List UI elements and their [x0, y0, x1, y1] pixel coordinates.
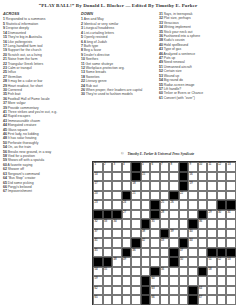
- grid-cell[interactable]: [141, 200, 151, 210]
- grid-cell-black: [141, 286, 151, 296]
- cell-number: 6: [151, 163, 153, 166]
- grid-cell[interactable]: [160, 248, 170, 258]
- grid-cell[interactable]: [150, 172, 160, 182]
- grid-cell[interactable]: 51: [207, 257, 217, 267]
- grid-cell[interactable]: 63: [150, 286, 160, 296]
- grid-cell[interactable]: [198, 276, 208, 286]
- grid-cell[interactable]: [207, 286, 217, 296]
- down-clue-30: 30 They're used to fashion models: [81, 92, 156, 96]
- grid-cell[interactable]: [226, 172, 236, 182]
- grid-cell[interactable]: [112, 248, 122, 258]
- grid-cell[interactable]: 48: [112, 257, 122, 267]
- crossword-grid[interactable]: 1234567891011121314151617181920212223242…: [93, 162, 236, 305]
- clue-number: 1: [3, 17, 5, 21]
- grid-cell[interactable]: [188, 191, 198, 201]
- grid-cell[interactable]: [122, 276, 132, 286]
- grid-cell[interactable]: [226, 267, 236, 277]
- clue-number: 30: [81, 92, 85, 96]
- grid-cell[interactable]: [141, 181, 151, 191]
- grid-cell[interactable]: 40: [188, 229, 198, 239]
- grid-cell[interactable]: 12: [217, 162, 227, 172]
- clue-number: 57: [159, 87, 163, 91]
- grid-cell[interactable]: [112, 200, 122, 210]
- cell-number: 63: [151, 287, 154, 290]
- grid-cell[interactable]: [141, 210, 151, 220]
- across-clue-17: 17 Long-handled farm tool: [3, 44, 78, 48]
- grid-cell[interactable]: 11: [207, 162, 217, 172]
- grid-cell[interactable]: 3: [112, 162, 122, 172]
- grid-cell[interactable]: [150, 229, 160, 239]
- cell-number: 13: [227, 163, 230, 166]
- grid-cell[interactable]: [217, 295, 227, 305]
- cell-number: 43: [161, 239, 164, 242]
- down-clue-12: 12 Workplace-protection org.: [81, 66, 156, 70]
- grid-cell[interactable]: [150, 238, 160, 248]
- grid-cell[interactable]: [141, 257, 151, 267]
- clue-number: 14: [3, 31, 7, 35]
- grid-cell[interactable]: [160, 172, 170, 182]
- grid-cell[interactable]: [207, 219, 217, 229]
- grid-cell[interactable]: [226, 295, 236, 305]
- grid-cell[interactable]: 53: [226, 257, 236, 267]
- grid-cell[interactable]: 26: [169, 200, 179, 210]
- cell-number: 58: [208, 268, 211, 271]
- grid-cell[interactable]: [131, 200, 141, 210]
- across-clue-22: 22 Triangular Greek letters: [3, 62, 78, 66]
- grid-cell[interactable]: [103, 295, 113, 305]
- grid-cell[interactable]: [217, 286, 227, 296]
- grid-cell-black: [150, 267, 160, 277]
- grid-cell[interactable]: [226, 219, 236, 229]
- grid-cell[interactable]: [198, 191, 208, 201]
- grid-cell[interactable]: [179, 295, 189, 305]
- grid-cell[interactable]: [226, 181, 236, 191]
- clue-number: 52: [159, 69, 163, 73]
- down-clue-24: 24 Rub out: [81, 84, 156, 88]
- grid-cell[interactable]: 38: [141, 229, 151, 239]
- grid-cell-black: [226, 200, 236, 210]
- grid-cell[interactable]: [112, 286, 122, 296]
- grid-cell[interactable]: [131, 267, 141, 277]
- down-clue-53: 53 Wound up: [159, 74, 234, 78]
- grid-cell[interactable]: 25: [160, 200, 170, 210]
- grid-cell[interactable]: [131, 219, 141, 229]
- grid-cell[interactable]: [122, 267, 132, 277]
- cell-number: 53: [227, 258, 230, 261]
- cell-number: 20: [94, 192, 97, 195]
- grid-cell[interactable]: [122, 295, 132, 305]
- clue-number: 10: [81, 57, 85, 61]
- clue-number: 18: [81, 75, 85, 79]
- clue-number: 6: [81, 40, 83, 44]
- grid-cell[interactable]: [131, 286, 141, 296]
- grid-cell[interactable]: 36: [198, 219, 208, 229]
- grid-cell[interactable]: [198, 248, 208, 258]
- grid-cell[interactable]: [169, 276, 179, 286]
- grid-cell[interactable]: [103, 238, 113, 248]
- grid-cell[interactable]: [179, 200, 189, 210]
- grid-cell[interactable]: [198, 181, 208, 191]
- across-clue-50: 50 Perforate thoroughly: [3, 141, 78, 145]
- grid-cell[interactable]: [207, 181, 217, 191]
- down-clue-49: 49 Need renewal: [159, 60, 234, 64]
- clue-number: 46: [159, 52, 163, 56]
- grid-cell[interactable]: 31: [226, 210, 236, 220]
- cell-number: 12: [218, 163, 221, 166]
- grid-cell[interactable]: 18: [131, 181, 141, 191]
- grid-cell-black: [103, 257, 113, 267]
- cell-number: 10: [199, 163, 202, 166]
- grid-cell[interactable]: 41: [93, 238, 103, 248]
- clue-number: 62: [3, 167, 7, 171]
- cell-number: 32: [94, 220, 97, 223]
- grid-cell[interactable]: [103, 191, 113, 201]
- clue-number: 21: [3, 57, 7, 61]
- grid-cell[interactable]: 37: [93, 229, 103, 239]
- grid-cell[interactable]: [141, 248, 151, 258]
- clue-number: 56: [3, 150, 7, 154]
- grid-cell[interactable]: 47: [179, 248, 189, 258]
- grid-cell[interactable]: 62: [93, 286, 103, 296]
- across-clue-39: 39 Provide commentary: [3, 106, 78, 110]
- clue-number: 63: [3, 172, 7, 176]
- grid-cell[interactable]: [226, 276, 236, 286]
- grid-cell[interactable]: [198, 172, 208, 182]
- across-clue-44: 44 Elongated creature: [3, 123, 78, 127]
- grid-cell[interactable]: 43: [160, 238, 170, 248]
- grid-cell[interactable]: 66: [150, 295, 160, 305]
- grid-cell[interactable]: [122, 238, 132, 248]
- grid-cell[interactable]: 16: [188, 172, 198, 182]
- grid-cell[interactable]: 34: [112, 219, 122, 229]
- grid-cell[interactable]: [169, 267, 179, 277]
- grid-cell[interactable]: [188, 267, 198, 277]
- across-clue-43: 43 Immeasurable chasm: [3, 119, 78, 123]
- grid-cell[interactable]: 2: [103, 162, 113, 172]
- grid-cell[interactable]: [131, 276, 141, 286]
- grid-cell[interactable]: [112, 191, 122, 201]
- grid-cell[interactable]: [217, 219, 227, 229]
- down-clue-13: 13 Some breads: [81, 70, 156, 74]
- clue-number: 24: [81, 84, 85, 88]
- grid-cell[interactable]: [207, 276, 217, 286]
- across-clue-36: 36 Football Hall of Fame locale: [3, 97, 78, 101]
- grid-cell[interactable]: [179, 286, 189, 296]
- grid-cell[interactable]: [198, 257, 208, 267]
- grid-cell[interactable]: 33: [103, 219, 113, 229]
- grid-cell[interactable]: [217, 267, 227, 277]
- grid-cell[interactable]: 14: [93, 172, 103, 182]
- grid-cell[interactable]: [141, 267, 151, 277]
- grid-cell[interactable]: [141, 191, 151, 201]
- grid-cell[interactable]: [112, 181, 122, 191]
- down-clues-column-1: DOWN 1 Ann and May2 Identical or very si…: [81, 12, 156, 97]
- down-clue-46: 46 Analyzed a sentence: [159, 52, 234, 56]
- grid-cell[interactable]: 44: [188, 238, 198, 248]
- grid-cell[interactable]: [188, 276, 198, 286]
- grid-cell[interactable]: [217, 238, 227, 248]
- grid-cell[interactable]: [103, 181, 113, 191]
- clue-number: 15: [3, 35, 7, 39]
- down-clue-26: 26 When proper, their leaders are capita…: [81, 88, 156, 92]
- grid-cell[interactable]: [179, 210, 189, 220]
- grid-cell[interactable]: [217, 172, 227, 182]
- cell-number: 56: [161, 268, 164, 271]
- grid-cell[interactable]: 7: [160, 162, 170, 172]
- clue-number: 66: [3, 185, 7, 189]
- clue-number: 20: [3, 53, 7, 57]
- cell-number: 21: [132, 192, 135, 195]
- grid-cell[interactable]: [207, 172, 217, 182]
- cell-number: 40: [189, 230, 192, 233]
- clue-number: 32: [159, 16, 163, 20]
- clue-number: 34: [159, 25, 163, 29]
- grid-cell[interactable]: [122, 286, 132, 296]
- grid-cell[interactable]: 20: [93, 191, 103, 201]
- grid-cell[interactable]: 1: [93, 162, 103, 172]
- grid-cell[interactable]: 30: [217, 210, 227, 220]
- grid-cell[interactable]: 17: [93, 181, 103, 191]
- grid-cell[interactable]: [122, 219, 132, 229]
- grid-cell[interactable]: [160, 219, 170, 229]
- grid-cell[interactable]: [112, 229, 122, 239]
- grid-cell[interactable]: [150, 191, 160, 201]
- cell-number: 25: [161, 201, 164, 204]
- across-clue-37: 37 More vulgar: [3, 101, 78, 105]
- grid-cell[interactable]: [169, 172, 179, 182]
- grid-cell[interactable]: [188, 248, 198, 258]
- down-clue-10: 10 Seethes: [81, 57, 156, 61]
- clue-number: 28: [3, 79, 7, 83]
- clue-number: 37: [3, 101, 7, 105]
- grid-cell[interactable]: [160, 191, 170, 201]
- cell-number: 15: [142, 173, 145, 176]
- grid-cell[interactable]: 32: [93, 219, 103, 229]
- grid-cell[interactable]: [217, 191, 227, 201]
- grid-cell[interactable]: 60: [150, 276, 160, 286]
- grid-cell[interactable]: [131, 257, 141, 267]
- grid-cell[interactable]: [112, 172, 122, 182]
- across-clue-67: 67 Impoverishment: [3, 189, 78, 193]
- cell-number: 67: [199, 296, 202, 299]
- grid-cell[interactable]: 21: [131, 191, 141, 201]
- grid-cell-black: [217, 200, 227, 210]
- grid-cell[interactable]: [103, 172, 113, 182]
- grid-cell[interactable]: [112, 267, 122, 277]
- grid-cell[interactable]: 59: [93, 276, 103, 286]
- grid-cell[interactable]: [207, 200, 217, 210]
- copyright-line: ©Timothy E. Parker & Universal Press Syn…: [80, 152, 235, 156]
- grid-cell[interactable]: [179, 229, 189, 239]
- grid-cell[interactable]: [179, 267, 189, 277]
- across-clue-48: 48 It has solar heating: [3, 136, 78, 140]
- grid-cell[interactable]: 64: [198, 286, 208, 296]
- down-clue-34: 34 Writing implement: [159, 25, 234, 29]
- grid-cell[interactable]: 19: [188, 181, 198, 191]
- clue-number: 22: [81, 79, 85, 83]
- grid-cell[interactable]: 27: [122, 210, 132, 220]
- grid-cell[interactable]: [112, 295, 122, 305]
- grid-cell-black: [93, 210, 103, 220]
- grid-cell[interactable]: 15: [141, 172, 151, 182]
- grid-cell[interactable]: [226, 238, 236, 248]
- clue-number: 61: [159, 96, 163, 100]
- grid-cell[interactable]: [226, 229, 236, 239]
- grid-cell[interactable]: 5: [141, 162, 151, 172]
- grid-cell[interactable]: [112, 276, 122, 286]
- grid-cell[interactable]: 29: [207, 210, 217, 220]
- clue-number: 11: [81, 62, 85, 66]
- cell-number: 27: [123, 211, 126, 214]
- grid-cell[interactable]: [226, 191, 236, 201]
- grid-cell[interactable]: [198, 238, 208, 248]
- clue-number: 50: [3, 141, 7, 145]
- grid-cell[interactable]: [169, 238, 179, 248]
- grid-cell-black: [179, 172, 189, 182]
- clue-number: 17: [3, 44, 7, 48]
- grid-cell[interactable]: [217, 229, 227, 239]
- grid-cell-black: [103, 210, 113, 220]
- grid-cell[interactable]: [150, 181, 160, 191]
- grid-cell[interactable]: [207, 229, 217, 239]
- grid-cell-black: [226, 248, 236, 258]
- grid-cell[interactable]: [122, 172, 132, 182]
- grid-cell[interactable]: [169, 286, 179, 296]
- down-clue-47: 47 Puts up: [159, 56, 234, 60]
- across-clue-16: 16 Like poltergeists: [3, 40, 78, 44]
- grid-cell[interactable]: [179, 276, 189, 286]
- down-clue-5: 5 Openly resisted: [81, 35, 156, 39]
- grid-cell[interactable]: [122, 181, 132, 191]
- grid-cell[interactable]: 49: [122, 257, 132, 267]
- clue-number: 43: [3, 119, 7, 123]
- grid-cell[interactable]: [188, 257, 198, 267]
- grid-cell[interactable]: [169, 181, 179, 191]
- clue-number: 12: [81, 66, 85, 70]
- clue-number: 36: [159, 34, 163, 38]
- grid-cell[interactable]: [207, 295, 217, 305]
- grid-cell[interactable]: [160, 286, 170, 296]
- grid-cell[interactable]: [226, 286, 236, 296]
- across-clue-35: 35 Fish bait: [3, 92, 78, 96]
- copyright-text: Timothy E. Parker & Universal Press Synd…: [127, 152, 194, 156]
- clue-number: 25: [3, 70, 7, 74]
- grid-cell[interactable]: [112, 238, 122, 248]
- down-clue-55: 55 Radar-screen image: [159, 83, 234, 87]
- grid-cell[interactable]: [207, 191, 217, 201]
- grid-cell[interactable]: 55: [103, 267, 113, 277]
- grid-cell[interactable]: [103, 200, 113, 210]
- grid-cell[interactable]: 50: [179, 257, 189, 267]
- grid-cell[interactable]: 10: [198, 162, 208, 172]
- grid-cell[interactable]: 28: [160, 210, 170, 220]
- down-clue-43: 43 Type of gas: [159, 47, 234, 51]
- clue-number: 36: [3, 97, 7, 101]
- grid-cell[interactable]: 45: [93, 248, 103, 258]
- across-clue-46: 46 First lady, no kidding: [3, 132, 78, 136]
- grid-cell[interactable]: [160, 276, 170, 286]
- grid-cell[interactable]: [103, 286, 113, 296]
- grid-cell[interactable]: [160, 295, 170, 305]
- clue-number: 64: [3, 176, 7, 180]
- clue-number: 35: [159, 30, 163, 34]
- down-clue-60: 60 Tinker or Evers or Chance: [159, 91, 234, 95]
- grid-cell[interactable]: [169, 219, 179, 229]
- grid-cell[interactable]: 42: [141, 238, 151, 248]
- grid-cell[interactable]: [131, 229, 141, 239]
- grid-cell[interactable]: [103, 248, 113, 258]
- grid-cell[interactable]: 67: [198, 295, 208, 305]
- grid-cell[interactable]: [122, 229, 132, 239]
- grid-cell[interactable]: [217, 181, 227, 191]
- grid-cell[interactable]: 39: [169, 229, 179, 239]
- down-clue-52: 52 Certain size: [159, 69, 234, 73]
- grid-cell[interactable]: [198, 200, 208, 210]
- grid-cell-black: [179, 238, 189, 248]
- grid-cell[interactable]: [169, 210, 179, 220]
- grid-cell[interactable]: [150, 257, 160, 267]
- grid-cell[interactable]: [198, 229, 208, 239]
- clue-number: 38: [159, 38, 163, 42]
- grid-cell[interactable]: [103, 229, 113, 239]
- cell-number: 54: [94, 268, 97, 271]
- grid-cell[interactable]: 22: [179, 191, 189, 201]
- clue-number: 7: [81, 44, 83, 48]
- grid-cell[interactable]: 54: [93, 267, 103, 277]
- grid-cell[interactable]: [160, 181, 170, 191]
- grid-cell[interactable]: [131, 210, 141, 220]
- across-clue-65: 65 Did some picking: [3, 181, 78, 185]
- grid-cell-black: [150, 200, 160, 210]
- cell-number: 55: [104, 268, 107, 271]
- grid-cell[interactable]: [150, 248, 160, 258]
- grid-cell[interactable]: 24: [122, 200, 132, 210]
- grid-cell[interactable]: 8: [169, 162, 179, 172]
- grid-cell[interactable]: 56: [160, 267, 170, 277]
- grid-cell[interactable]: 6: [150, 162, 160, 172]
- grid-cell[interactable]: [160, 257, 170, 267]
- cell-number: 36: [199, 220, 202, 223]
- cell-number: 18: [132, 182, 135, 185]
- down-clue-6: 6 A king of Judah: [81, 40, 156, 44]
- across-clue-9: 9 Despise deeply: [3, 26, 78, 30]
- grid-cell[interactable]: [103, 276, 113, 286]
- grid-cell[interactable]: 46: [131, 248, 141, 258]
- grid-cell[interactable]: 58: [207, 267, 217, 277]
- grid-cell[interactable]: [179, 219, 189, 229]
- grid-cell[interactable]: [207, 238, 217, 248]
- grid-cell[interactable]: [169, 295, 179, 305]
- grid-cell[interactable]: [131, 295, 141, 305]
- clue-number: 49: [159, 60, 163, 64]
- cell-number: 48: [113, 258, 116, 261]
- grid-cell[interactable]: [217, 276, 227, 286]
- clue-number: 48: [3, 136, 7, 140]
- down-clue-40: 40 Hold spellbound: [159, 43, 234, 47]
- grid-cell[interactable]: 9: [188, 162, 198, 172]
- grid-cell[interactable]: 35: [150, 219, 160, 229]
- grid-cell[interactable]: [188, 210, 198, 220]
- clue-number: 41: [3, 110, 7, 114]
- down-clue-36: 36 Fashioned into a sphere: [159, 34, 234, 38]
- grid-cell[interactable]: 65: [93, 295, 103, 305]
- grid-cell[interactable]: 13: [226, 162, 236, 172]
- grid-cell[interactable]: 52: [217, 257, 227, 267]
- grid-cell[interactable]: [188, 200, 198, 210]
- grid-cell[interactable]: 4: [122, 162, 132, 172]
- grid-cell[interactable]: 23: [93, 200, 103, 210]
- grid-cell-black: [169, 257, 179, 267]
